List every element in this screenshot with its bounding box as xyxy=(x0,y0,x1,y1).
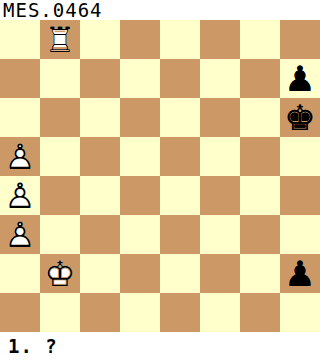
square-d5[interactable] xyxy=(120,137,160,176)
square-h5[interactable] xyxy=(280,137,320,176)
square-h2[interactable]: ♟♟ xyxy=(280,254,320,293)
square-f4[interactable] xyxy=(200,176,240,215)
square-h6[interactable]: ♚♚ xyxy=(280,98,320,137)
square-f1[interactable] xyxy=(200,293,240,332)
piece-outline-glyph: ♙ xyxy=(0,215,40,254)
square-h7[interactable]: ♟♟ xyxy=(280,59,320,98)
square-f3[interactable] xyxy=(200,215,240,254)
white-king[interactable]: ♚♔ xyxy=(40,254,80,293)
square-e1[interactable] xyxy=(160,293,200,332)
square-c7[interactable] xyxy=(80,59,120,98)
square-a1[interactable] xyxy=(0,293,40,332)
white-rook[interactable]: ♜♖ xyxy=(40,20,80,59)
square-a7[interactable] xyxy=(0,59,40,98)
white-pawn[interactable]: ♟♙ xyxy=(0,137,40,176)
square-b2[interactable]: ♚♔ xyxy=(40,254,80,293)
square-g8[interactable] xyxy=(240,20,280,59)
square-d4[interactable] xyxy=(120,176,160,215)
square-b4[interactable] xyxy=(40,176,80,215)
square-b5[interactable] xyxy=(40,137,80,176)
square-g3[interactable] xyxy=(240,215,280,254)
square-e8[interactable] xyxy=(160,20,200,59)
square-b3[interactable] xyxy=(40,215,80,254)
piece-outline-glyph: ♙ xyxy=(0,176,40,215)
piece-outline-glyph: ♟ xyxy=(280,254,320,293)
square-c1[interactable] xyxy=(80,293,120,332)
square-b1[interactable] xyxy=(40,293,80,332)
piece-outline-glyph: ♟ xyxy=(280,59,320,98)
piece-outline-glyph: ♖ xyxy=(40,20,80,59)
square-f5[interactable] xyxy=(200,137,240,176)
square-e5[interactable] xyxy=(160,137,200,176)
square-c2[interactable] xyxy=(80,254,120,293)
square-g7[interactable] xyxy=(240,59,280,98)
square-e3[interactable] xyxy=(160,215,200,254)
square-e4[interactable] xyxy=(160,176,200,215)
square-a6[interactable] xyxy=(0,98,40,137)
white-pawn[interactable]: ♟♙ xyxy=(0,176,40,215)
square-f6[interactable] xyxy=(200,98,240,137)
black-pawn[interactable]: ♟♟ xyxy=(280,59,320,98)
square-d1[interactable] xyxy=(120,293,160,332)
square-e7[interactable] xyxy=(160,59,200,98)
square-a8[interactable] xyxy=(0,20,40,59)
square-d2[interactable] xyxy=(120,254,160,293)
square-c5[interactable] xyxy=(80,137,120,176)
square-g4[interactable] xyxy=(240,176,280,215)
square-a4[interactable]: ♟♙ xyxy=(0,176,40,215)
square-g2[interactable] xyxy=(240,254,280,293)
square-b8[interactable]: ♜♖ xyxy=(40,20,80,59)
square-c6[interactable] xyxy=(80,98,120,137)
piece-outline-glyph: ♙ xyxy=(0,137,40,176)
black-king[interactable]: ♚♚ xyxy=(280,98,320,137)
puzzle-id: MES.0464 xyxy=(3,0,103,21)
piece-outline-glyph: ♔ xyxy=(40,254,80,293)
square-h4[interactable] xyxy=(280,176,320,215)
square-e2[interactable] xyxy=(160,254,200,293)
square-f7[interactable] xyxy=(200,59,240,98)
square-f8[interactable] xyxy=(200,20,240,59)
square-d8[interactable] xyxy=(120,20,160,59)
square-d7[interactable] xyxy=(120,59,160,98)
square-d6[interactable] xyxy=(120,98,160,137)
square-a5[interactable]: ♟♙ xyxy=(0,137,40,176)
square-b7[interactable] xyxy=(40,59,80,98)
square-g5[interactable] xyxy=(240,137,280,176)
square-f2[interactable] xyxy=(200,254,240,293)
square-h1[interactable] xyxy=(280,293,320,332)
square-h3[interactable] xyxy=(280,215,320,254)
black-pawn[interactable]: ♟♟ xyxy=(280,254,320,293)
square-h8[interactable] xyxy=(280,20,320,59)
footer: 1. ? xyxy=(0,332,320,360)
chess-board: ♜♖♟♟♚♚♟♙♟♙♟♙♚♔♟♟ xyxy=(0,20,320,332)
square-a2[interactable] xyxy=(0,254,40,293)
square-c4[interactable] xyxy=(80,176,120,215)
square-d3[interactable] xyxy=(120,215,160,254)
square-g1[interactable] xyxy=(240,293,280,332)
move-prompt: 1. ? xyxy=(8,335,58,357)
white-pawn[interactable]: ♟♙ xyxy=(0,215,40,254)
square-g6[interactable] xyxy=(240,98,280,137)
square-c3[interactable] xyxy=(80,215,120,254)
piece-outline-glyph: ♚ xyxy=(280,98,320,137)
square-b6[interactable] xyxy=(40,98,80,137)
square-a3[interactable]: ♟♙ xyxy=(0,215,40,254)
square-c8[interactable] xyxy=(80,20,120,59)
square-e6[interactable] xyxy=(160,98,200,137)
header: MES.0464 xyxy=(0,0,320,20)
